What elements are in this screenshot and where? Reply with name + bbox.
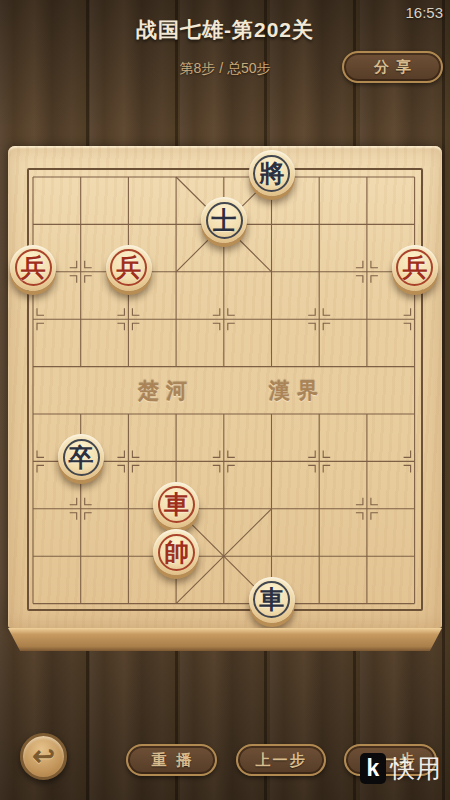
share-button[interactable]: 分享: [342, 51, 443, 83]
piece-character: 兵: [392, 245, 438, 291]
piece-character: 兵: [10, 245, 56, 291]
back-button[interactable]: ↩: [20, 733, 67, 780]
replay-button[interactable]: 重播: [126, 744, 217, 776]
piece-red-general[interactable]: 帥: [153, 529, 199, 575]
return-arrow-icon: ↩: [32, 743, 55, 770]
piece-red-soldier[interactable]: 兵: [10, 245, 56, 291]
piece-red-soldier[interactable]: 兵: [392, 245, 438, 291]
xiangqi-board[interactable]: 楚河 漢界 將士兵兵兵卒車帥車: [8, 146, 442, 628]
next-step-button[interactable]: 下一步: [344, 744, 437, 776]
app-screen: { "game": "xiangqi", "position": { "fen"…: [0, 0, 450, 800]
previous-step-button[interactable]: 上一步: [236, 744, 326, 776]
level-title: 战国七雄-第202关: [0, 16, 450, 44]
piece-character: 車: [249, 577, 295, 623]
piece-black-chariot[interactable]: 車: [249, 577, 295, 623]
piece-character: 帥: [153, 529, 199, 575]
piece-red-chariot[interactable]: 車: [153, 482, 199, 528]
piece-red-soldier[interactable]: 兵: [106, 245, 152, 291]
piece-character: 士: [201, 197, 247, 243]
piece-character: 車: [153, 482, 199, 528]
piece-character: 卒: [58, 434, 104, 480]
piece-black-general[interactable]: 將: [249, 150, 295, 196]
piece-character: 兵: [106, 245, 152, 291]
piece-black-soldier[interactable]: 卒: [58, 434, 104, 480]
piece-black-advisor[interactable]: 士: [201, 197, 247, 243]
piece-character: 將: [249, 150, 295, 196]
board-base-bevel: [8, 628, 442, 651]
piece-layer: 將士兵兵兵卒車帥車: [8, 146, 442, 628]
